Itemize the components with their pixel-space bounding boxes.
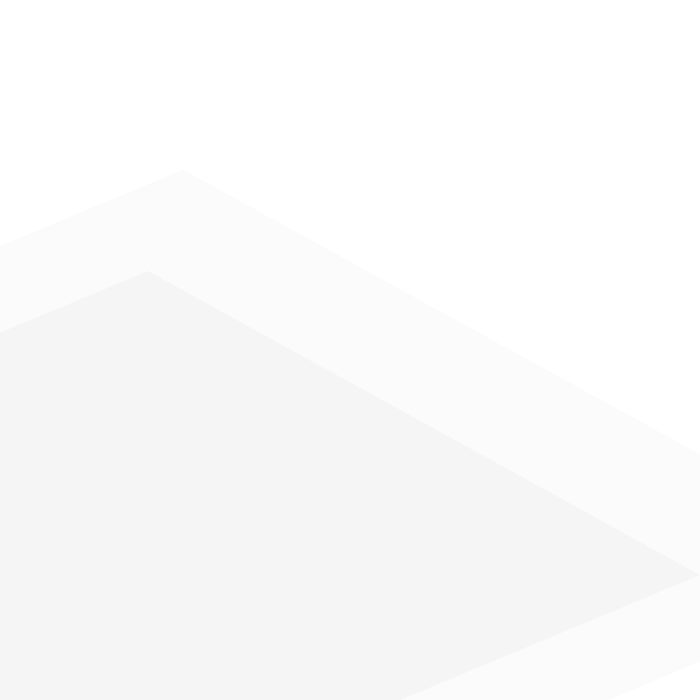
product-photo-canvas	[0, 0, 700, 700]
chessboard	[0, 271, 700, 700]
